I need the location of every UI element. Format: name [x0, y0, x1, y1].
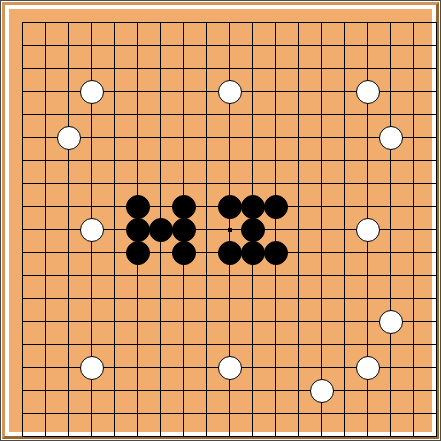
black-stone[interactable]: [172, 195, 196, 219]
white-stone[interactable]: [80, 356, 104, 380]
black-stone[interactable]: [172, 218, 196, 242]
black-stone[interactable]: [172, 241, 196, 265]
black-stone[interactable]: [126, 195, 150, 219]
go-board[interactable]: [9, 9, 432, 432]
grid-line: [275, 22, 276, 437]
black-stone[interactable]: [126, 218, 150, 242]
black-stone[interactable]: [126, 241, 150, 265]
white-stone[interactable]: [356, 80, 380, 104]
grid-line: [22, 390, 437, 391]
black-stone[interactable]: [241, 241, 265, 265]
white-stone[interactable]: [80, 80, 104, 104]
white-stone[interactable]: [379, 126, 403, 150]
white-stone[interactable]: [379, 310, 403, 334]
grid-line: [298, 22, 299, 437]
black-stone[interactable]: [218, 195, 242, 219]
go-board-diagram: [0, 0, 441, 441]
grid-line: [344, 22, 345, 437]
white-stone[interactable]: [218, 80, 242, 104]
grid-line: [22, 321, 437, 322]
white-stone[interactable]: [356, 356, 380, 380]
grid-line: [390, 22, 391, 437]
black-stone[interactable]: [264, 241, 288, 265]
black-stone[interactable]: [264, 195, 288, 219]
grid-line: [22, 436, 437, 437]
grid-line: [22, 298, 437, 299]
grid-line: [321, 22, 322, 437]
grid-line: [436, 22, 437, 437]
grid-line: [22, 413, 437, 414]
white-stone[interactable]: [57, 126, 81, 150]
white-stone[interactable]: [80, 218, 104, 242]
hoshi-point: [228, 228, 232, 232]
black-stone[interactable]: [149, 218, 173, 242]
board-outer-edge: [0, 0, 441, 441]
black-stone[interactable]: [218, 241, 242, 265]
black-stone[interactable]: [241, 218, 265, 242]
white-stone[interactable]: [310, 379, 334, 403]
grid-line: [22, 344, 437, 345]
board-frame: [2, 2, 439, 439]
grid-line: [413, 22, 414, 437]
white-stone[interactable]: [356, 218, 380, 242]
grid-line: [22, 275, 437, 276]
white-stone[interactable]: [218, 356, 242, 380]
black-stone[interactable]: [241, 195, 265, 219]
